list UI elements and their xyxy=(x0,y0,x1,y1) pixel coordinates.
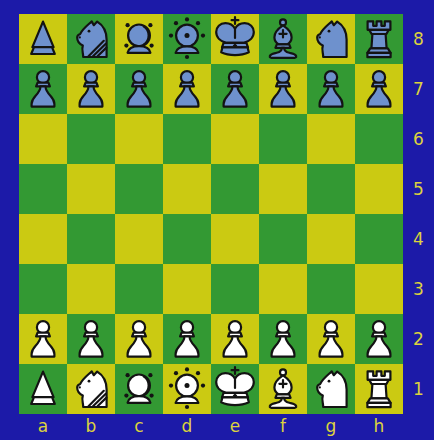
square-e5[interactable] xyxy=(211,164,259,214)
square-c7[interactable] xyxy=(115,64,163,114)
rank-label-6: 6 xyxy=(403,114,434,164)
square-f6[interactable] xyxy=(259,114,307,164)
square-a5[interactable] xyxy=(19,164,67,214)
square-d4[interactable] xyxy=(163,214,211,264)
white-pawn[interactable] xyxy=(163,314,211,364)
rank-label-2: 2 xyxy=(403,314,434,364)
white-bishop[interactable] xyxy=(259,364,307,414)
black-bishop[interactable] xyxy=(259,14,307,64)
square-d3[interactable] xyxy=(163,264,211,314)
square-e2[interactable] xyxy=(211,314,259,364)
black-pawn[interactable] xyxy=(307,64,355,114)
square-f5[interactable] xyxy=(259,164,307,214)
square-b6[interactable] xyxy=(67,114,115,164)
file-label-a: a xyxy=(19,414,67,440)
square-g1[interactable] xyxy=(307,364,355,414)
black-orb[interactable] xyxy=(115,14,163,64)
file-label-d: d xyxy=(163,414,211,440)
white-pawn[interactable] xyxy=(259,314,307,364)
square-b5[interactable] xyxy=(67,164,115,214)
square-d5[interactable] xyxy=(163,164,211,214)
square-c2[interactable] xyxy=(115,314,163,364)
square-h4[interactable] xyxy=(355,214,403,264)
square-a4[interactable] xyxy=(19,214,67,264)
square-b2[interactable] xyxy=(67,314,115,364)
square-c8[interactable] xyxy=(115,14,163,64)
square-b8[interactable] xyxy=(67,14,115,64)
square-f8[interactable] xyxy=(259,14,307,64)
black-pawn[interactable] xyxy=(211,64,259,114)
rank-label-4: 4 xyxy=(403,214,434,264)
square-e1[interactable] xyxy=(211,364,259,414)
file-label-f: f xyxy=(259,414,307,440)
square-g4[interactable] xyxy=(307,214,355,264)
square-c1[interactable] xyxy=(115,364,163,414)
white-sun[interactable] xyxy=(163,364,211,414)
white-zebra[interactable] xyxy=(67,364,115,414)
square-g3[interactable] xyxy=(307,264,355,314)
black-zebra[interactable] xyxy=(67,14,115,64)
white-orb[interactable] xyxy=(115,364,163,414)
rank-label-8: 8 xyxy=(403,14,434,64)
square-g2[interactable] xyxy=(307,314,355,364)
square-d1[interactable] xyxy=(163,364,211,414)
square-f2[interactable] xyxy=(259,314,307,364)
white-king[interactable] xyxy=(211,364,259,414)
square-f1[interactable] xyxy=(259,364,307,414)
black-sun[interactable] xyxy=(163,14,211,64)
square-d8[interactable] xyxy=(163,14,211,64)
square-h8[interactable] xyxy=(355,14,403,64)
square-c4[interactable] xyxy=(115,214,163,264)
square-e6[interactable] xyxy=(211,114,259,164)
square-a1[interactable] xyxy=(19,364,67,414)
square-d2[interactable] xyxy=(163,314,211,364)
square-h3[interactable] xyxy=(355,264,403,314)
black-pawn[interactable] xyxy=(355,64,403,114)
square-d6[interactable] xyxy=(163,114,211,164)
square-a8[interactable] xyxy=(19,14,67,64)
black-king[interactable] xyxy=(211,14,259,64)
black-pawn[interactable] xyxy=(259,64,307,114)
white-cone[interactable] xyxy=(19,364,67,414)
square-f3[interactable] xyxy=(259,264,307,314)
white-pawn[interactable] xyxy=(355,314,403,364)
square-h2[interactable] xyxy=(355,314,403,364)
white-pawn[interactable] xyxy=(211,314,259,364)
black-cone[interactable] xyxy=(19,14,67,64)
rank-label-5: 5 xyxy=(403,164,434,214)
square-a7[interactable] xyxy=(19,64,67,114)
rank-label-1: 1 xyxy=(403,364,434,414)
black-pawn[interactable] xyxy=(19,64,67,114)
black-knight[interactable] xyxy=(307,14,355,64)
square-g5[interactable] xyxy=(307,164,355,214)
board-window: 87654321 abcdefgh xyxy=(0,0,434,440)
square-e4[interactable] xyxy=(211,214,259,264)
white-knight[interactable] xyxy=(307,364,355,414)
file-label-h: h xyxy=(355,414,403,440)
square-e8[interactable] xyxy=(211,14,259,64)
square-b3[interactable] xyxy=(67,264,115,314)
square-c5[interactable] xyxy=(115,164,163,214)
square-c6[interactable] xyxy=(115,114,163,164)
file-coordinates: abcdefgh xyxy=(19,414,403,440)
square-h1[interactable] xyxy=(355,364,403,414)
square-f7[interactable] xyxy=(259,64,307,114)
square-d7[interactable] xyxy=(163,64,211,114)
square-g6[interactable] xyxy=(307,114,355,164)
rank-label-3: 3 xyxy=(403,264,434,314)
square-c3[interactable] xyxy=(115,264,163,314)
white-pawn[interactable] xyxy=(67,314,115,364)
square-b7[interactable] xyxy=(67,64,115,114)
square-h7[interactable] xyxy=(355,64,403,114)
square-h5[interactable] xyxy=(355,164,403,214)
file-label-b: b xyxy=(67,414,115,440)
black-pawn[interactable] xyxy=(115,64,163,114)
file-label-c: c xyxy=(115,414,163,440)
square-b4[interactable] xyxy=(67,214,115,264)
square-a3[interactable] xyxy=(19,264,67,314)
white-pawn[interactable] xyxy=(115,314,163,364)
black-rook[interactable] xyxy=(355,14,403,64)
square-h6[interactable] xyxy=(355,114,403,164)
chess-board xyxy=(19,14,403,414)
square-g8[interactable] xyxy=(307,14,355,64)
black-pawn[interactable] xyxy=(163,64,211,114)
square-a2[interactable] xyxy=(19,314,67,364)
square-e7[interactable] xyxy=(211,64,259,114)
square-b1[interactable] xyxy=(67,364,115,414)
white-pawn[interactable] xyxy=(307,314,355,364)
file-label-g: g xyxy=(307,414,355,440)
white-pawn[interactable] xyxy=(19,314,67,364)
square-g7[interactable] xyxy=(307,64,355,114)
rank-label-7: 7 xyxy=(403,64,434,114)
rank-coordinates: 87654321 xyxy=(403,14,434,414)
black-pawn[interactable] xyxy=(67,64,115,114)
white-rook[interactable] xyxy=(355,364,403,414)
square-f4[interactable] xyxy=(259,214,307,264)
file-label-e: e xyxy=(211,414,259,440)
square-a6[interactable] xyxy=(19,114,67,164)
square-e3[interactable] xyxy=(211,264,259,314)
